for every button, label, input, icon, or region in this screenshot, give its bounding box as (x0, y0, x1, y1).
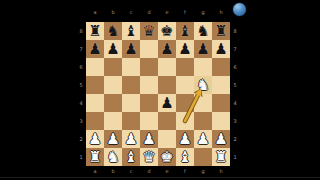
piece-white-rook[interactable]: ♜ (214, 148, 227, 166)
square-d7[interactable] (140, 40, 158, 58)
piece-black-pawn[interactable]: ♟ (124, 40, 137, 58)
piece-black-pawn[interactable]: ♟ (88, 40, 101, 58)
square-a6[interactable] (86, 58, 104, 76)
square-e6[interactable] (158, 58, 176, 76)
coord-label: e (165, 169, 168, 174)
square-h3[interactable] (212, 112, 230, 130)
piece-white-bishop[interactable]: ♝ (124, 148, 137, 166)
square-f5[interactable] (176, 76, 194, 94)
square-e2[interactable] (158, 130, 176, 148)
coord-label: 1 (79, 155, 82, 160)
square-e1[interactable]: ♚ (158, 148, 176, 166)
square-f3[interactable] (176, 112, 194, 130)
coord-label: c (130, 10, 133, 15)
square-b5[interactable] (104, 76, 122, 94)
coord-label: 4 (79, 101, 82, 106)
piece-white-bishop[interactable]: ♝ (178, 148, 191, 166)
square-d3[interactable] (140, 112, 158, 130)
square-g8[interactable]: ♞ (194, 22, 212, 40)
square-a8[interactable]: ♜ (86, 22, 104, 40)
square-a2[interactable]: ♟ (86, 130, 104, 148)
divider (0, 177, 320, 178)
square-h2[interactable]: ♟ (212, 130, 230, 148)
square-e4[interactable]: ♟ (158, 94, 176, 112)
piece-black-pawn[interactable]: ♟ (160, 94, 173, 112)
square-h6[interactable] (212, 58, 230, 76)
square-c6[interactable] (122, 58, 140, 76)
square-g6[interactable] (194, 58, 212, 76)
square-g7[interactable]: ♟ (194, 40, 212, 58)
square-f6[interactable] (176, 58, 194, 76)
coord-label: 7 (79, 47, 82, 52)
coord-label: h (219, 10, 222, 15)
square-b4[interactable] (104, 94, 122, 112)
square-b6[interactable] (104, 58, 122, 76)
coord-label: 3 (79, 119, 82, 124)
coord-label: h (219, 169, 222, 174)
piece-black-pawn[interactable]: ♟ (196, 40, 209, 58)
piece-black-king[interactable]: ♚ (160, 22, 173, 40)
square-a1[interactable]: ♜ (86, 148, 104, 166)
piece-white-pawn[interactable]: ♟ (142, 130, 155, 148)
square-d5[interactable] (140, 76, 158, 94)
square-e3[interactable] (158, 112, 176, 130)
square-d2[interactable]: ♟ (140, 130, 158, 148)
turn-indicator-sphere-icon (233, 3, 246, 16)
piece-white-rook[interactable]: ♜ (88, 148, 101, 166)
coord-label: 8 (233, 29, 236, 34)
square-b2[interactable]: ♟ (104, 130, 122, 148)
square-g4[interactable] (194, 94, 212, 112)
coord-label: 6 (233, 65, 236, 70)
piece-black-rook[interactable]: ♜ (214, 22, 227, 40)
square-h5[interactable] (212, 76, 230, 94)
square-e5[interactable] (158, 76, 176, 94)
piece-black-pawn[interactable]: ♟ (214, 40, 227, 58)
square-b8[interactable]: ♞ (104, 22, 122, 40)
square-c7[interactable]: ♟ (122, 40, 140, 58)
square-f8[interactable]: ♝ (176, 22, 194, 40)
square-h1[interactable]: ♜ (212, 148, 230, 166)
coord-label: c (130, 169, 133, 174)
piece-black-knight[interactable]: ♞ (196, 22, 209, 40)
square-b3[interactable] (104, 112, 122, 130)
coord-label: 2 (79, 137, 82, 142)
coord-label: f (184, 169, 186, 174)
coord-label: 4 (233, 101, 236, 106)
piece-white-knight[interactable]: ♞ (106, 148, 119, 166)
piece-white-pawn[interactable]: ♟ (124, 130, 137, 148)
chess-board[interactable]: ♜♞♝♛♚♝♞♜♟♟♟♟♟♟♟♞♟♟♟♟♟♟♟♟♜♞♝♛♚♝♜ (86, 22, 230, 166)
square-a4[interactable] (86, 94, 104, 112)
square-e7[interactable]: ♟ (158, 40, 176, 58)
coord-label: b (111, 10, 114, 15)
square-h7[interactable]: ♟ (212, 40, 230, 58)
square-d8[interactable]: ♛ (140, 22, 158, 40)
coord-label: a (93, 169, 96, 174)
coord-label: g (201, 169, 204, 174)
coord-label: 1 (233, 155, 236, 160)
coord-label: 2 (233, 137, 236, 142)
coord-label: 5 (233, 83, 236, 88)
coord-label: d (147, 169, 150, 174)
piece-black-pawn[interactable]: ♟ (178, 40, 191, 58)
square-a7[interactable]: ♟ (86, 40, 104, 58)
square-g2[interactable]: ♟ (194, 130, 212, 148)
coord-label: 5 (79, 83, 82, 88)
square-h8[interactable]: ♜ (212, 22, 230, 40)
piece-white-pawn[interactable]: ♟ (106, 130, 119, 148)
coord-label: e (165, 10, 168, 15)
square-d1[interactable]: ♛ (140, 148, 158, 166)
square-d6[interactable] (140, 58, 158, 76)
piece-black-bishop[interactable]: ♝ (124, 22, 137, 40)
coord-label: 3 (233, 119, 236, 124)
piece-white-pawn[interactable]: ♟ (214, 130, 227, 148)
square-c1[interactable]: ♝ (122, 148, 140, 166)
square-b1[interactable]: ♞ (104, 148, 122, 166)
square-c5[interactable] (122, 76, 140, 94)
coord-label: b (111, 169, 114, 174)
square-a5[interactable] (86, 76, 104, 94)
square-f1[interactable]: ♝ (176, 148, 194, 166)
piece-black-pawn[interactable]: ♟ (160, 40, 173, 58)
square-d4[interactable] (140, 94, 158, 112)
square-g1[interactable] (194, 148, 212, 166)
coord-label: g (201, 10, 204, 15)
piece-white-king[interactable]: ♚ (160, 148, 173, 166)
square-b7[interactable]: ♟ (104, 40, 122, 58)
piece-black-knight[interactable]: ♞ (106, 22, 119, 40)
piece-white-knight[interactable]: ♞ (196, 76, 209, 94)
square-a3[interactable] (86, 112, 104, 130)
square-c3[interactable] (122, 112, 140, 130)
piece-black-bishop[interactable]: ♝ (178, 22, 191, 40)
piece-white-pawn[interactable]: ♟ (196, 130, 209, 148)
piece-black-pawn[interactable]: ♟ (106, 40, 119, 58)
square-h4[interactable] (212, 94, 230, 112)
square-c2[interactable]: ♟ (122, 130, 140, 148)
square-g5[interactable]: ♞ (194, 76, 212, 94)
piece-white-queen[interactable]: ♛ (142, 148, 155, 166)
square-e8[interactable]: ♚ (158, 22, 176, 40)
square-f4[interactable] (176, 94, 194, 112)
piece-black-rook[interactable]: ♜ (88, 22, 101, 40)
app-background: ♜♞♝♛♚♝♞♜♟♟♟♟♟♟♟♞♟♟♟♟♟♟♟♟♜♞♝♛♚♝♜ aabbccdd… (0, 0, 320, 180)
square-c8[interactable]: ♝ (122, 22, 140, 40)
piece-white-pawn[interactable]: ♟ (88, 130, 101, 148)
coord-label: f (184, 10, 186, 15)
square-c4[interactable] (122, 94, 140, 112)
coord-label: 7 (233, 47, 236, 52)
piece-white-pawn[interactable]: ♟ (178, 130, 191, 148)
coord-label: d (147, 10, 150, 15)
coord-label: 6 (79, 65, 82, 70)
coord-label: 8 (79, 29, 82, 34)
square-g3[interactable] (194, 112, 212, 130)
square-f2[interactable]: ♟ (176, 130, 194, 148)
coord-label: a (93, 10, 96, 15)
square-f7[interactable]: ♟ (176, 40, 194, 58)
piece-black-queen[interactable]: ♛ (142, 22, 155, 40)
